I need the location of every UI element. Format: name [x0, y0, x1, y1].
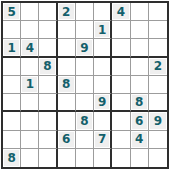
given-digit: 8 [80, 115, 88, 127]
given-digit: 8 [7, 152, 15, 164]
empty-cell[interactable] [94, 58, 112, 76]
given-digit: 8 [135, 96, 143, 108]
empty-cell[interactable] [21, 131, 39, 149]
given-digit: 4 [117, 6, 125, 18]
empty-cell[interactable] [21, 94, 39, 112]
empty-cell[interactable] [94, 112, 112, 130]
given-cell: 8 [131, 94, 149, 112]
given-digit: 1 [7, 42, 15, 54]
empty-cell[interactable] [149, 3, 167, 21]
empty-cell[interactable] [58, 112, 76, 130]
given-digit: 8 [62, 78, 70, 90]
empty-cell[interactable] [39, 21, 57, 39]
sudoku-board: 52411498218988696748 [1, 1, 169, 169]
given-cell: 8 [39, 58, 57, 76]
empty-cell[interactable] [112, 112, 130, 130]
empty-cell[interactable] [39, 3, 57, 21]
given-cell: 4 [131, 131, 149, 149]
given-digit: 2 [62, 6, 70, 18]
given-cell: 1 [21, 76, 39, 94]
empty-cell[interactable] [76, 76, 94, 94]
given-cell: 4 [112, 3, 130, 21]
given-digit: 1 [26, 78, 34, 90]
empty-cell[interactable] [112, 94, 130, 112]
empty-cell[interactable] [112, 58, 130, 76]
given-cell: 5 [3, 3, 21, 21]
empty-cell[interactable] [76, 94, 94, 112]
given-cell: 1 [3, 39, 21, 57]
given-digit: 1 [98, 24, 106, 36]
empty-cell[interactable] [131, 21, 149, 39]
empty-cell[interactable] [76, 21, 94, 39]
empty-cell[interactable] [131, 149, 149, 167]
empty-cell[interactable] [58, 58, 76, 76]
empty-cell[interactable] [3, 76, 21, 94]
empty-cell[interactable] [112, 21, 130, 39]
empty-cell[interactable] [76, 58, 94, 76]
given-digit: 5 [7, 6, 15, 18]
given-cell: 9 [94, 94, 112, 112]
empty-cell[interactable] [76, 149, 94, 167]
given-digit: 9 [80, 42, 88, 54]
given-cell: 4 [21, 39, 39, 57]
empty-cell[interactable] [131, 3, 149, 21]
empty-cell[interactable] [76, 131, 94, 149]
given-cell: 2 [149, 58, 167, 76]
given-cell: 1 [94, 21, 112, 39]
given-digit: 7 [98, 133, 106, 145]
empty-cell[interactable] [21, 112, 39, 130]
empty-cell[interactable] [58, 39, 76, 57]
empty-cell[interactable] [3, 112, 21, 130]
given-cell: 8 [3, 149, 21, 167]
empty-cell[interactable] [149, 76, 167, 94]
empty-cell[interactable] [21, 149, 39, 167]
empty-cell[interactable] [58, 94, 76, 112]
empty-cell[interactable] [112, 131, 130, 149]
given-digit: 9 [154, 115, 162, 127]
empty-cell[interactable] [21, 3, 39, 21]
given-cell: 2 [58, 3, 76, 21]
given-cell: 6 [58, 131, 76, 149]
empty-cell[interactable] [149, 94, 167, 112]
empty-cell[interactable] [94, 76, 112, 94]
given-digit: 8 [43, 60, 51, 72]
empty-cell[interactable] [149, 131, 167, 149]
empty-cell[interactable] [112, 149, 130, 167]
empty-cell[interactable] [149, 149, 167, 167]
empty-cell[interactable] [131, 76, 149, 94]
given-digit: 9 [98, 96, 106, 108]
given-digit: 4 [26, 42, 34, 54]
given-cell: 7 [94, 131, 112, 149]
empty-cell[interactable] [76, 3, 94, 21]
empty-cell[interactable] [3, 94, 21, 112]
given-digit: 2 [154, 60, 162, 72]
empty-cell[interactable] [39, 94, 57, 112]
given-cell: 8 [58, 76, 76, 94]
empty-cell[interactable] [39, 112, 57, 130]
empty-cell[interactable] [3, 131, 21, 149]
empty-cell[interactable] [94, 39, 112, 57]
empty-cell[interactable] [3, 21, 21, 39]
empty-cell[interactable] [3, 58, 21, 76]
given-cell: 8 [76, 112, 94, 130]
given-cell: 9 [76, 39, 94, 57]
given-digit: 6 [135, 115, 143, 127]
empty-cell[interactable] [131, 39, 149, 57]
empty-cell[interactable] [149, 21, 167, 39]
empty-cell[interactable] [39, 39, 57, 57]
given-digit: 4 [135, 133, 143, 145]
empty-cell[interactable] [58, 21, 76, 39]
empty-cell[interactable] [39, 149, 57, 167]
empty-cell[interactable] [21, 21, 39, 39]
empty-cell[interactable] [39, 76, 57, 94]
empty-cell[interactable] [149, 39, 167, 57]
given-cell: 9 [149, 112, 167, 130]
empty-cell[interactable] [112, 39, 130, 57]
empty-cell[interactable] [112, 76, 130, 94]
empty-cell[interactable] [21, 58, 39, 76]
given-digit: 6 [62, 133, 70, 145]
empty-cell[interactable] [94, 149, 112, 167]
empty-cell[interactable] [94, 3, 112, 21]
empty-cell[interactable] [58, 149, 76, 167]
given-cell: 6 [131, 112, 149, 130]
empty-cell[interactable] [131, 58, 149, 76]
empty-cell[interactable] [39, 131, 57, 149]
